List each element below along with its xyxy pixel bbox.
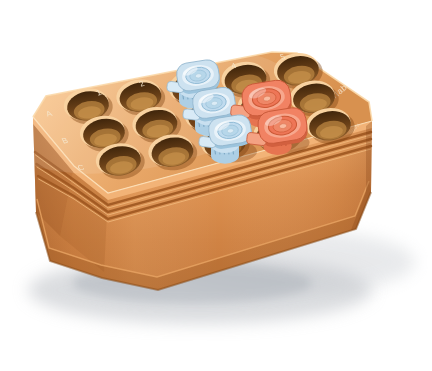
heating-block-photo: Starlab S110-A 12345ABC [0, 0, 432, 371]
product-photo-scene: Starlab S110-A 12345ABC [0, 0, 432, 371]
